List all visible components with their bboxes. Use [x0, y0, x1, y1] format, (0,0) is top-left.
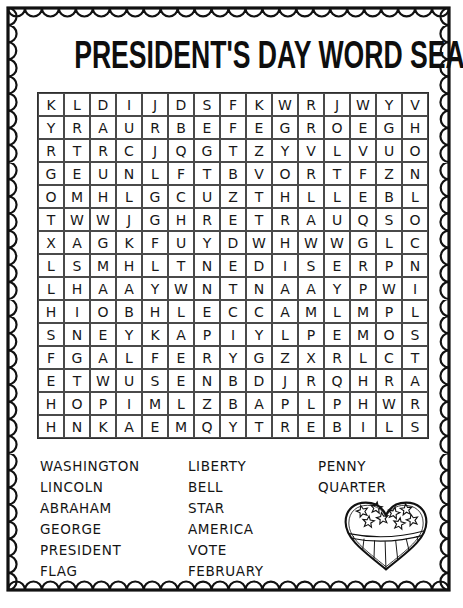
grid-cell: Y: [272, 139, 298, 162]
word-item: FLAG: [40, 561, 140, 582]
grid-cell: F: [142, 346, 168, 369]
grid-cell: S: [64, 254, 90, 277]
grid-cell: L: [116, 346, 142, 369]
grid-cell: C: [402, 231, 428, 254]
grid-cell: A: [402, 369, 428, 392]
grid-cell: N: [194, 369, 220, 392]
patriotic-heart-decoration: [342, 500, 430, 572]
grid-cell: T: [220, 277, 246, 300]
grid-cell: M: [64, 185, 90, 208]
word-item: LINCOLN: [40, 477, 140, 498]
grid-cell: O: [402, 208, 428, 231]
grid-cell: Q: [350, 208, 376, 231]
grid-cell: O: [376, 323, 402, 346]
grid-cell: E: [168, 346, 194, 369]
grid-cell: T: [402, 346, 428, 369]
grid-cell: E: [246, 116, 272, 139]
grid-cell: Z: [376, 162, 402, 185]
grid-cell: S: [376, 208, 402, 231]
page-title: PRESIDENT'S DAY WORD SEARCH: [74, 34, 383, 77]
grid-cell: E: [220, 254, 246, 277]
grid-cell: L: [376, 415, 402, 438]
grid-cell: A: [90, 116, 116, 139]
word-item: PENNY: [318, 456, 387, 477]
grid-cell: R: [90, 139, 116, 162]
grid-cell: V: [350, 139, 376, 162]
grid-cell: U: [168, 231, 194, 254]
grid-cell: R: [298, 116, 324, 139]
grid-cell: U: [116, 116, 142, 139]
grid-cell: A: [272, 300, 298, 323]
grid-cell: L: [168, 392, 194, 415]
grid-cell: V: [402, 93, 428, 116]
grid-cell: H: [38, 300, 64, 323]
grid-cell: L: [142, 162, 168, 185]
grid-cell: I: [350, 415, 376, 438]
grid-cell: A: [116, 277, 142, 300]
grid-cell: W: [376, 277, 402, 300]
star-icon: [405, 513, 419, 526]
grid-cell: B: [220, 392, 246, 415]
grid-cell: L: [324, 300, 350, 323]
grid-cell: E: [220, 208, 246, 231]
grid-cell: N: [64, 323, 90, 346]
grid-cell: J: [142, 139, 168, 162]
grid-cell: A: [168, 323, 194, 346]
grid-cell: W: [298, 231, 324, 254]
grid-cell: F: [142, 231, 168, 254]
grid-cell: T: [194, 162, 220, 185]
grid-cell: N: [194, 254, 220, 277]
grid-cell: P: [350, 277, 376, 300]
grid-cell: R: [272, 415, 298, 438]
grid-cell: Q: [194, 415, 220, 438]
grid-cell: L: [116, 185, 142, 208]
grid-cell: T: [64, 139, 90, 162]
grid-cell: Y: [116, 323, 142, 346]
grid-cell: E: [350, 185, 376, 208]
grid-cell: L: [142, 254, 168, 277]
grid-cell: R: [194, 346, 220, 369]
grid-cell: H: [38, 392, 64, 415]
grid-cell: L: [38, 254, 64, 277]
grid-cell: H: [350, 369, 376, 392]
grid-cell: C: [220, 300, 246, 323]
grid-cell: N: [246, 277, 272, 300]
grid-cell: N: [402, 162, 428, 185]
grid-cell: U: [116, 369, 142, 392]
grid-cell: P: [324, 392, 350, 415]
grid-cell: A: [272, 277, 298, 300]
grid-cell: L: [376, 231, 402, 254]
grid-cell: Z: [246, 139, 272, 162]
grid-cell: E: [142, 415, 168, 438]
grid-cell: A: [298, 277, 324, 300]
grid-cell: R: [142, 116, 168, 139]
grid-cell: T: [220, 139, 246, 162]
grid-cell: L: [350, 346, 376, 369]
grid-cell: Y: [324, 277, 350, 300]
grid-cell: B: [220, 162, 246, 185]
grid-cell: R: [38, 139, 64, 162]
grid-cell: R: [402, 392, 428, 415]
grid-cell: W: [64, 208, 90, 231]
grid-cell: U: [376, 139, 402, 162]
grid-cell: A: [90, 346, 116, 369]
grid-cell: S: [298, 254, 324, 277]
grid-cell: M: [298, 300, 324, 323]
grid-cell: I: [64, 300, 90, 323]
grid-cell: F: [350, 162, 376, 185]
grid-cell: W: [324, 231, 350, 254]
grid-cell: K: [90, 415, 116, 438]
grid-cell: P: [90, 392, 116, 415]
grid-cell: G: [376, 116, 402, 139]
grid-cell: E: [298, 415, 324, 438]
grid-cell: Y: [142, 277, 168, 300]
grid-cell: N: [194, 277, 220, 300]
grid-cell: O: [38, 185, 64, 208]
grid-cell: G: [246, 346, 272, 369]
grid-cell: H: [116, 254, 142, 277]
grid-cell: F: [38, 346, 64, 369]
grid-cell: K: [142, 323, 168, 346]
word-list-column-1: WASHINGTONLINCOLNABRAHAMGEORGEPRESIDENTF…: [40, 456, 140, 582]
grid-cell: L: [324, 185, 350, 208]
grid-cell: D: [220, 231, 246, 254]
grid-cell: W: [246, 231, 272, 254]
grid-cell: L: [402, 300, 428, 323]
grid-cell: R: [298, 162, 324, 185]
grid-cell: P: [376, 254, 402, 277]
grid-cell: P: [194, 323, 220, 346]
grid-cell: W: [90, 369, 116, 392]
grid-cell: B: [168, 116, 194, 139]
grid-cell: Y: [376, 93, 402, 116]
grid-cell: C: [376, 346, 402, 369]
grid-cell: W: [90, 208, 116, 231]
grid-cell: U: [324, 208, 350, 231]
grid-cell: S: [402, 415, 428, 438]
grid-cell: J: [142, 93, 168, 116]
grid-cell: I: [116, 392, 142, 415]
grid-cell: Z: [220, 185, 246, 208]
grid-cell: M: [168, 415, 194, 438]
grid-cell: T: [64, 369, 90, 392]
grid-cell: Y: [246, 323, 272, 346]
grid-cell: E: [324, 254, 350, 277]
grid-cell: D: [246, 369, 272, 392]
grid-cell: I: [220, 323, 246, 346]
grid-cell: E: [350, 116, 376, 139]
star-icon: [362, 515, 375, 527]
grid-cell: S: [38, 323, 64, 346]
grid-cell: G: [194, 139, 220, 162]
grid-cell: S: [402, 323, 428, 346]
grid-cell: C: [246, 300, 272, 323]
grid-cell: C: [116, 139, 142, 162]
grid-cell: K: [246, 93, 272, 116]
grid-cell: B: [324, 415, 350, 438]
grid-cell: R: [376, 369, 402, 392]
grid-cell: A: [64, 231, 90, 254]
grid-cell: L: [298, 185, 324, 208]
grid-cell: H: [272, 231, 298, 254]
grid-cell: U: [90, 162, 116, 185]
grid-cell: H: [272, 185, 298, 208]
grid-cell: K: [38, 93, 64, 116]
grid-cell: H: [402, 116, 428, 139]
grid-cell: G: [272, 116, 298, 139]
grid-cell: R: [298, 369, 324, 392]
grid-cell: W: [350, 93, 376, 116]
grid-cell: D: [246, 254, 272, 277]
grid-cell: K: [116, 231, 142, 254]
grid-cell: A: [116, 415, 142, 438]
grid-cell: Y: [220, 415, 246, 438]
grid-cell: M: [142, 392, 168, 415]
grid-cell: W: [168, 277, 194, 300]
grid-cell: G: [64, 346, 90, 369]
grid-cell: T: [246, 415, 272, 438]
grid-cell: Y: [194, 231, 220, 254]
grid-cell: N: [64, 415, 90, 438]
grid-cell: B: [376, 185, 402, 208]
grid-cell: E: [194, 300, 220, 323]
grid-cell: L: [272, 323, 298, 346]
grid-cell: M: [90, 254, 116, 277]
grid-cell: U: [194, 185, 220, 208]
grid-cell: Q: [324, 369, 350, 392]
grid-cell: J: [116, 208, 142, 231]
grid-cell: O: [402, 139, 428, 162]
grid-cell: T: [168, 254, 194, 277]
word-list-column-2: LIBERTYBELLSTARAMERICAVOTEFEBRUARY: [188, 456, 264, 582]
grid-cell: T: [324, 162, 350, 185]
word-list-column-3: PENNYQUARTER: [318, 456, 387, 498]
grid-cell: E: [324, 323, 350, 346]
grid-cell: W: [272, 93, 298, 116]
star-icon: [393, 517, 406, 530]
grid-cell: M: [350, 323, 376, 346]
grid-cell: V: [246, 162, 272, 185]
grid-cell: J: [272, 369, 298, 392]
grid-cell: G: [142, 208, 168, 231]
grid-cell: T: [246, 208, 272, 231]
grid-cell: Z: [272, 346, 298, 369]
grid-cell: T: [246, 185, 272, 208]
grid-cell: G: [350, 231, 376, 254]
heart-stripes: [347, 531, 424, 571]
grid-cell: Q: [168, 139, 194, 162]
grid-cell: W: [376, 392, 402, 415]
grid-cell: Y: [220, 346, 246, 369]
grid-cell: D: [168, 93, 194, 116]
grid-cell: G: [142, 185, 168, 208]
grid-cell: G: [38, 162, 64, 185]
grid-cell: R: [272, 208, 298, 231]
letter-grid: KLDIJDSFKWRJWYVYRAURBEFEGROEGHRTRCJQGTZY…: [37, 92, 429, 439]
word-item: LIBERTY: [188, 456, 264, 477]
grid-cell: H: [142, 300, 168, 323]
grid-cell: R: [350, 254, 376, 277]
grid-cell: N: [116, 162, 142, 185]
word-item: FEBRUARY: [188, 561, 264, 582]
grid-cell: X: [38, 231, 64, 254]
grid-cell: H: [64, 277, 90, 300]
word-item: VOTE: [188, 540, 264, 561]
grid-cell: E: [90, 323, 116, 346]
grid-cell: L: [64, 93, 90, 116]
grid-cell: A: [90, 277, 116, 300]
grid-cell: B: [116, 300, 142, 323]
grid-cell: L: [38, 277, 64, 300]
grid-cell: C: [168, 185, 194, 208]
grid-cell: R: [194, 208, 220, 231]
grid-cell: Z: [194, 392, 220, 415]
grid-cell: L: [168, 300, 194, 323]
grid-cell: F: [220, 93, 246, 116]
grid-cell: J: [324, 93, 350, 116]
grid-cell: S: [142, 369, 168, 392]
grid-cell: P: [272, 392, 298, 415]
grid-cell: R: [298, 93, 324, 116]
grid-cell: E: [194, 116, 220, 139]
grid-cell: G: [90, 231, 116, 254]
grid-cell: H: [90, 185, 116, 208]
grid-cell: H: [350, 392, 376, 415]
word-item: BELL: [188, 477, 264, 498]
grid-cell: A: [298, 208, 324, 231]
word-item: STAR: [188, 498, 264, 519]
grid-cell: L: [402, 185, 428, 208]
grid-cell: S: [194, 93, 220, 116]
worksheet-page: PRESIDENT'S DAY WORD SEARCH KLDIJDSFKWRJ…: [0, 0, 463, 608]
word-item: GEORGE: [40, 519, 140, 540]
grid-cell: D: [90, 93, 116, 116]
grid-cell: E: [38, 369, 64, 392]
grid-cell: O: [324, 116, 350, 139]
grid-cell: M: [350, 300, 376, 323]
grid-cell: I: [272, 254, 298, 277]
grid-cell: F: [168, 162, 194, 185]
grid-cell: P: [298, 323, 324, 346]
grid-cell: F: [220, 116, 246, 139]
grid-cell: O: [90, 300, 116, 323]
grid-cell: T: [38, 208, 64, 231]
word-item: ABRAHAM: [40, 498, 140, 519]
grid-cell: E: [168, 369, 194, 392]
word-item: PRESIDENT: [40, 540, 140, 561]
grid-cell: O: [272, 162, 298, 185]
grid-cell: X: [298, 346, 324, 369]
grid-cell: L: [298, 392, 324, 415]
grid-cell: R: [64, 116, 90, 139]
grid-cell: N: [402, 254, 428, 277]
grid-cell: I: [116, 93, 142, 116]
grid-cell: H: [168, 208, 194, 231]
grid-cell: P: [376, 300, 402, 323]
grid-cell: Y: [38, 116, 64, 139]
grid-cell: R: [324, 346, 350, 369]
grid-cell: V: [298, 139, 324, 162]
word-item: WASHINGTON: [40, 456, 140, 477]
grid-cell: E: [64, 162, 90, 185]
word-item: AMERICA: [188, 519, 264, 540]
word-item: QUARTER: [318, 477, 387, 498]
grid-cell: H: [38, 415, 64, 438]
grid-cell: O: [64, 392, 90, 415]
grid-cell: B: [220, 369, 246, 392]
grid-cell: A: [246, 392, 272, 415]
grid-cell: L: [324, 139, 350, 162]
grid-cell: I: [402, 277, 428, 300]
